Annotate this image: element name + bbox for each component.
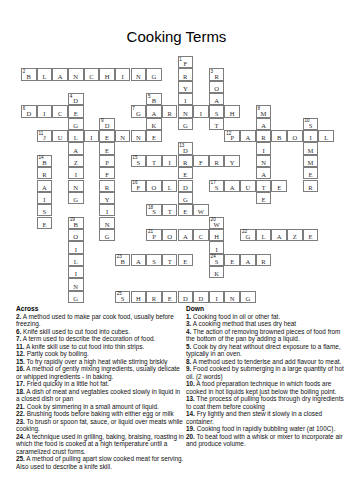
grid-cell[interactable]: 23B: [115, 254, 131, 266]
cell-letter: E: [69, 110, 83, 117]
cell-letter: I: [304, 134, 318, 141]
clue-item: 7. A term used to describe the decoratio…: [16, 335, 185, 343]
cell-letter: A: [257, 122, 271, 129]
cell-letter: O: [210, 85, 224, 92]
grid-cell[interactable]: N: [131, 130, 147, 142]
clue-item: 14. Fry lightly and then stew it slowly …: [186, 410, 349, 425]
clue-item: 13. The process of pulling foods through…: [186, 395, 349, 410]
cell-letter: W: [194, 208, 208, 215]
grid-cell[interactable]: A: [37, 180, 53, 192]
grid-cell[interactable]: 24S: [209, 254, 225, 266]
cell-letter: E: [100, 134, 114, 141]
grid-cell[interactable]: E: [303, 167, 319, 179]
cell-letter: F: [194, 159, 208, 166]
grid-cell[interactable]: N: [178, 105, 194, 117]
grid-cell[interactable]: I: [37, 192, 53, 204]
cell-letter: B: [22, 73, 36, 80]
grid-cell[interactable]: G: [68, 118, 84, 130]
cell-letter: L: [69, 258, 83, 265]
grid-cell[interactable]: O: [146, 180, 162, 192]
grid-cell[interactable]: E: [271, 180, 287, 192]
cell-letter: T: [210, 122, 224, 129]
cell-letter: S: [116, 295, 130, 302]
clue-item: 6. Knife skill used to cut food into cub…: [16, 328, 185, 336]
clue-item: 3. A cooking method that uses dry heat: [186, 320, 349, 328]
grid-cell[interactable]: C: [193, 229, 209, 241]
grid-cell[interactable]: 4D: [68, 93, 84, 105]
cell-letter: P: [225, 134, 239, 141]
cell-letter: A: [210, 97, 224, 104]
crossword-grid: 1F2BLANCHINGR3RYO4D5BIA6DICE7GARNISH8MG9…: [21, 56, 335, 304]
grid-cell[interactable]: U: [240, 180, 256, 192]
grid-cell[interactable]: I: [84, 130, 100, 142]
grid-cell[interactable]: R: [303, 180, 319, 192]
cell-letter: S: [304, 122, 318, 129]
grid-cell[interactable]: I: [303, 130, 319, 142]
cell-letter: G: [147, 73, 161, 80]
grid-cell[interactable]: A: [146, 105, 162, 117]
grid-cell[interactable]: B: [271, 130, 287, 142]
clue-item: 20. To beat food with a whisk or mixer t…: [186, 433, 349, 448]
cell-letter: E: [38, 221, 52, 228]
clue-item: 9. Food cooked by submerging in a large …: [186, 365, 349, 380]
clue-item: 2. A method used to make par cook food, …: [16, 313, 185, 328]
grid-cell[interactable]: T: [209, 118, 225, 130]
grid-cell[interactable]: H: [99, 68, 115, 80]
grid-cell[interactable]: L: [37, 68, 53, 80]
grid-cell[interactable]: 8M: [256, 105, 272, 117]
cell-letter: E: [179, 171, 193, 178]
grid-cell[interactable]: 11J: [37, 130, 53, 142]
grid-cell[interactable]: U: [52, 130, 68, 142]
cell-letter: B: [116, 258, 130, 265]
grid-cell[interactable]: H: [224, 105, 240, 117]
cell-letter: N: [225, 295, 239, 302]
cell-letter: I: [69, 270, 83, 277]
cell-letter: R: [210, 159, 224, 166]
cell-letter: C: [53, 110, 67, 117]
grid-cell[interactable]: 9D: [99, 118, 115, 130]
grid-cell[interactable]: T: [146, 155, 162, 167]
cell-letter: D: [179, 184, 193, 191]
cell-letter: L: [38, 73, 52, 80]
grid-cell[interactable]: O: [68, 229, 84, 241]
grid-cell[interactable]: E: [224, 254, 240, 266]
page-title: Cooking Terms: [0, 28, 353, 45]
cell-letter: E: [163, 295, 177, 302]
cell-letter: T: [147, 159, 161, 166]
grid-cell[interactable]: I: [68, 167, 84, 179]
clue-item: 17. Fried quickly in a little hot fat.: [16, 380, 185, 388]
cell-letter: R: [100, 184, 114, 191]
grid-cell[interactable]: I: [193, 105, 209, 117]
clue-item: 22. Brushing foods before baking with ei…: [16, 410, 185, 418]
cell-letter: K: [210, 270, 224, 277]
cell-letter: A: [225, 184, 239, 191]
cell-letter: F: [100, 171, 114, 178]
cell-letter: H: [100, 73, 114, 80]
grid-cell[interactable]: N: [115, 130, 131, 142]
cell-letter: R: [147, 295, 161, 302]
grid-cell[interactable]: E: [178, 254, 194, 266]
grid-cell[interactable]: C: [52, 105, 68, 117]
clue-item: 19. Cooking food in rapidly bubbling wat…: [186, 425, 349, 433]
cell-letter: N: [132, 73, 146, 80]
cell-letter: G: [179, 122, 193, 129]
cell-letter: H: [225, 110, 239, 117]
across-clues-column: Across 2. A method used to make par cook…: [16, 305, 185, 470]
grid-cell[interactable]: E: [178, 204, 194, 216]
grid-cell[interactable]: E: [99, 130, 115, 142]
cell-letter: B: [272, 134, 286, 141]
grid-cell[interactable]: 5B: [146, 93, 162, 105]
clue-item: 18. A dish of meat and vegtables cooked …: [16, 388, 185, 403]
grid-cell[interactable]: 2B: [21, 68, 37, 80]
grid-cell[interactable]: 14B: [37, 155, 53, 167]
grid-cell[interactable]: 25S: [115, 291, 131, 303]
grid-cell[interactable]: 13D: [178, 142, 194, 154]
clue-item: 5. Cook by dry heat without direct expos…: [186, 343, 349, 358]
grid-cell[interactable]: A: [131, 254, 147, 266]
grid-cell[interactable]: T: [256, 180, 272, 192]
grid-cell[interactable]: E: [303, 229, 319, 241]
cell-letter: R: [257, 134, 271, 141]
cell-letter: S: [38, 208, 52, 215]
cell-letter: I: [69, 171, 83, 178]
cell-letter: A: [272, 233, 286, 240]
grid-cell[interactable]: G: [99, 229, 115, 241]
grid-cell[interactable]: E: [37, 217, 53, 229]
grid-cell[interactable]: R: [256, 254, 272, 266]
cell-letter: S: [132, 159, 146, 166]
grid-cell[interactable]: H: [209, 229, 225, 241]
cell-letter: W: [210, 221, 224, 228]
grid-cell[interactable]: N: [68, 68, 84, 80]
grid-cell[interactable]: F: [99, 167, 115, 179]
grid-cell[interactable]: I: [37, 105, 53, 117]
cell-letter: T: [163, 208, 177, 215]
cell-letter: M: [257, 110, 271, 117]
cell-letter: R: [257, 258, 271, 265]
grid-cell[interactable]: G: [146, 68, 162, 80]
grid-cell[interactable]: 22G: [240, 229, 256, 241]
cell-letter: B: [38, 159, 52, 166]
cell-letter: N: [69, 184, 83, 191]
cell-letter: D: [22, 110, 36, 117]
grid-cell[interactable]: C: [84, 68, 100, 80]
clue-item: 8. A method used to tenderise and add fl…: [186, 358, 349, 366]
cell-letter: L: [257, 233, 271, 240]
cell-letter: P: [100, 159, 114, 166]
grid-cell[interactable]: N: [99, 217, 115, 229]
cell-letter: L: [163, 184, 177, 191]
clue-item: 25. A method of pulling apart slow cooke…: [16, 455, 185, 470]
grid-cell[interactable]: K: [209, 266, 225, 278]
cell-letter: K: [147, 122, 161, 129]
cell-letter: I: [116, 73, 130, 80]
grid-cell[interactable]: I: [162, 155, 178, 167]
cell-letter: I: [38, 196, 52, 203]
clue-item: 21. Cook by simmering in a small amount …: [16, 403, 185, 411]
grid-cell[interactable]: L: [318, 130, 334, 142]
grid-cell[interactable]: R: [99, 180, 115, 192]
grid-cell[interactable]: H: [131, 291, 147, 303]
grid-cell[interactable]: G: [178, 118, 194, 130]
grid-cell[interactable]: P: [99, 155, 115, 167]
grid-cell[interactable]: L: [256, 229, 272, 241]
grid-cell[interactable]: R: [178, 68, 194, 80]
cell-letter: E: [179, 208, 193, 215]
cell-letter: E: [225, 258, 239, 265]
cell-letter: D: [100, 122, 114, 129]
grid-cell[interactable]: E: [256, 192, 272, 204]
grid-cell[interactable]: L: [162, 180, 178, 192]
cell-letter: T: [163, 258, 177, 265]
cell-letter: S: [210, 110, 224, 117]
grid-cell[interactable]: E: [146, 130, 162, 142]
cell-letter: I: [179, 97, 193, 104]
grid-cell[interactable]: I: [178, 93, 194, 105]
cell-letter: R: [38, 171, 52, 178]
grid-cell[interactable]: N: [68, 278, 84, 290]
cell-letter: L: [69, 134, 83, 141]
cell-letter: G: [241, 233, 255, 240]
grid-cell[interactable]: Y: [178, 81, 194, 93]
grid-cell[interactable]: O: [209, 81, 225, 93]
cell-letter: R: [179, 73, 193, 80]
grid-cell[interactable]: A: [256, 118, 272, 130]
grid-cell[interactable]: E: [99, 142, 115, 154]
grid-cell[interactable]: R: [37, 167, 53, 179]
cell-letter: Z: [69, 159, 83, 166]
cell-letter: S: [210, 258, 224, 265]
grid-cell[interactable]: A: [52, 68, 68, 80]
clue-item: 24. A technique used in grilling, baking…: [16, 433, 185, 456]
grid-cell[interactable]: N: [256, 155, 272, 167]
cell-letter: E: [147, 134, 161, 141]
across-clue-list: 2. A method used to make par cook food, …: [16, 313, 185, 471]
grid-cell[interactable]: G: [240, 291, 256, 303]
cell-letter: A: [38, 184, 52, 191]
cell-letter: S: [210, 184, 224, 191]
cell-letter: N: [69, 283, 83, 290]
cell-letter: E: [100, 147, 114, 154]
clue-item: 11. A knife skill use to cut food into t…: [16, 343, 185, 351]
cell-letter: I: [85, 134, 99, 141]
grid-cell[interactable]: 21P: [146, 229, 162, 241]
grid-cell[interactable]: R: [209, 155, 225, 167]
grid-cell[interactable]: 20W: [209, 217, 225, 229]
cell-letter: E: [304, 171, 318, 178]
cell-letter: H: [132, 295, 146, 302]
grid-cell[interactable]: Z: [68, 155, 84, 167]
grid-cell[interactable]: R: [162, 105, 178, 117]
grid-cell[interactable]: E: [178, 167, 194, 179]
cell-letter: A: [53, 73, 67, 80]
cell-letter: C: [194, 233, 208, 240]
grid-cell[interactable]: I: [209, 291, 225, 303]
grid-cell[interactable]: N: [224, 291, 240, 303]
grid-cell[interactable]: A: [256, 167, 272, 179]
grid-cell[interactable]: 18S: [146, 204, 162, 216]
grid-cell[interactable]: Z: [287, 229, 303, 241]
grid-cell[interactable]: A: [209, 93, 225, 105]
grid-cell[interactable]: A: [271, 229, 287, 241]
cell-letter: E: [179, 258, 193, 265]
cell-letter: A: [179, 233, 193, 240]
cell-letter: N: [100, 221, 114, 228]
clue-item: 12. Partly cook by boiling.: [16, 350, 185, 358]
grid-cell[interactable]: A: [68, 142, 84, 154]
grid-cell[interactable]: O: [287, 130, 303, 142]
grid-cell[interactable]: 10S: [303, 118, 319, 130]
cell-letter: A: [132, 258, 146, 265]
grid-cell[interactable]: E: [162, 291, 178, 303]
cell-letter: R: [210, 73, 224, 80]
cell-letter: G: [241, 295, 255, 302]
cell-letter: C: [85, 73, 99, 80]
grid-cell[interactable]: R: [146, 291, 162, 303]
cell-letter: A: [257, 171, 271, 178]
cell-letter: N: [179, 110, 193, 117]
cell-letter: S: [147, 208, 161, 215]
cell-letter: Y: [225, 159, 239, 166]
grid-cell[interactable]: G: [68, 192, 84, 204]
cell-letter: B: [69, 221, 83, 228]
grid-cell[interactable]: D: [178, 180, 194, 192]
clue-item: 4. The action of removing browned pieces…: [186, 328, 349, 343]
cell-letter: A: [241, 258, 255, 265]
grid-cell[interactable]: E: [68, 105, 84, 117]
grid-cell[interactable]: 6D: [21, 105, 37, 117]
cell-letter: I: [210, 295, 224, 302]
grid-cell[interactable]: I: [115, 68, 131, 80]
cell-letter: G: [132, 110, 146, 117]
grid-cell[interactable]: I: [209, 241, 225, 253]
grid-cell[interactable]: 12P: [224, 130, 240, 142]
cell-letter: T: [257, 184, 271, 191]
cell-letter: G: [69, 295, 83, 302]
grid-cell[interactable]: Y: [224, 155, 240, 167]
cell-letter: H: [210, 233, 224, 240]
grid-cell[interactable]: 17S: [209, 180, 225, 192]
cell-letter: E: [304, 233, 318, 240]
grid-cell[interactable]: 19B: [68, 217, 84, 229]
cell-letter: I: [38, 110, 52, 117]
grid-cell[interactable]: M: [303, 155, 319, 167]
clue-item: 10. A food preparation technique in whic…: [186, 380, 349, 395]
cell-letter: R: [179, 159, 193, 166]
grid-cell[interactable]: L: [68, 254, 84, 266]
grid-cell[interactable]: A: [224, 180, 240, 192]
cell-letter: N: [257, 159, 271, 166]
cell-letter: A: [241, 134, 255, 141]
grid-cell[interactable]: Y: [99, 192, 115, 204]
cell-letter: A: [69, 147, 83, 154]
cell-letter: N: [116, 134, 130, 141]
down-clue-list: 1. Cooking food in oil or other fat.3. A…: [186, 313, 349, 448]
cell-letter: I: [210, 246, 224, 253]
grid-cell[interactable]: T: [162, 254, 178, 266]
cell-letter: E: [257, 196, 271, 203]
cell-letter: I: [257, 147, 271, 154]
cell-letter: B: [147, 97, 161, 104]
cell-letter: D: [69, 97, 83, 104]
grid-cell[interactable]: S: [209, 105, 225, 117]
grid-cell[interactable]: 7G: [131, 105, 147, 117]
cell-letter: U: [53, 134, 67, 141]
cell-letter: R: [163, 110, 177, 117]
grid-cell[interactable]: I: [99, 204, 115, 216]
grid-cell[interactable]: I: [68, 266, 84, 278]
cell-letter: M: [304, 159, 318, 166]
cell-letter: A: [147, 110, 161, 117]
grid-cell[interactable]: R: [256, 130, 272, 142]
grid-cell[interactable]: F: [193, 155, 209, 167]
cell-letter: I: [100, 208, 114, 215]
cell-letter: I: [69, 246, 83, 253]
grid-cell[interactable]: N: [68, 180, 84, 192]
grid-cell[interactable]: O: [162, 229, 178, 241]
grid-cell[interactable]: 1F: [178, 56, 194, 68]
down-clues-column: Down 1. Cooking food in oil or other fat…: [186, 305, 349, 448]
grid-cell[interactable]: K: [146, 118, 162, 130]
cell-letter: I: [194, 110, 208, 117]
cell-letter: O: [147, 184, 161, 191]
grid-cell[interactable]: L: [68, 130, 84, 142]
grid-cell[interactable]: 16F: [131, 180, 147, 192]
grid-cell[interactable]: I: [68, 241, 84, 253]
grid-cell[interactable]: 3R: [209, 68, 225, 80]
clue-item: 23. To brush or spoon fat, sauce, or liq…: [16, 418, 185, 433]
grid-cell[interactable]: I: [256, 142, 272, 154]
grid-cell[interactable]: S: [146, 254, 162, 266]
grid-cell[interactable]: 15S: [131, 155, 147, 167]
clue-item: 16. A method of gently mixing ingredient…: [16, 365, 185, 380]
cell-letter: G: [179, 196, 193, 203]
cell-letter: O: [163, 233, 177, 240]
grid-cell[interactable]: S: [37, 204, 53, 216]
clue-item: 15. To fry rapidly over a high heat whil…: [16, 358, 185, 366]
grid-cell[interactable]: R: [178, 155, 194, 167]
grid-cell[interactable]: G: [68, 291, 84, 303]
cell-letter: N: [69, 73, 83, 80]
cell-letter: F: [179, 60, 193, 67]
cell-letter: M: [304, 147, 318, 154]
grid-cell[interactable]: D: [193, 291, 209, 303]
cell-letter: N: [132, 134, 146, 141]
cell-letter: G: [100, 233, 114, 240]
grid-cell[interactable]: A: [240, 254, 256, 266]
grid-cell[interactable]: A: [178, 229, 194, 241]
cell-letter: F: [132, 184, 146, 191]
cell-letter: Y: [100, 196, 114, 203]
grid-cell[interactable]: G: [178, 192, 194, 204]
grid-cell[interactable]: T: [162, 204, 178, 216]
cell-letter: R: [304, 184, 318, 191]
grid-cell[interactable]: M: [303, 142, 319, 154]
down-heading: Down: [186, 305, 349, 313]
cell-letter: E: [272, 184, 286, 191]
grid-cell[interactable]: A: [240, 130, 256, 142]
grid-cell[interactable]: W: [193, 204, 209, 216]
grid-cell[interactable]: N: [131, 68, 147, 80]
clue-item: 1. Cooking food in oil or other fat.: [186, 313, 349, 321]
cell-letter: U: [241, 184, 255, 191]
cell-letter: I: [163, 159, 177, 166]
cell-letter: D: [179, 295, 193, 302]
grid-cell[interactable]: D: [178, 291, 194, 303]
